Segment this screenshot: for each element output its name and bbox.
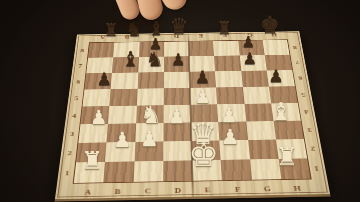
piece-black-knight-b8[interactable]: ♞ <box>122 21 145 39</box>
square-h8 <box>262 40 289 55</box>
piece-black-king-h8[interactable]: ♚ <box>256 15 284 37</box>
coordinate-label: G <box>252 185 283 193</box>
square-d6 <box>164 72 190 89</box>
coordinate-label: C <box>133 187 163 195</box>
piece-white-bishop-h3[interactable]: ♝ <box>265 100 297 125</box>
coordinate-label: 2 <box>306 145 320 152</box>
square-f7 <box>214 55 241 71</box>
coordinate-label: F <box>222 185 253 193</box>
coordinate-label: 6 <box>72 78 85 84</box>
piece-white-pawn-e4[interactable]: ♟ <box>191 88 215 106</box>
piece-black-queen-d8[interactable]: ♛ <box>166 17 193 38</box>
piece-black-pawn-h5[interactable]: ♟ <box>265 68 287 85</box>
coordinate-label: 8 <box>289 44 301 50</box>
piece-white-rook-h1[interactable]: ♜ <box>271 145 303 170</box>
coordinate-label: 3 <box>65 130 79 137</box>
piece-white-pawn-a3[interactable]: ♟ <box>86 108 111 128</box>
square-f8 <box>213 41 239 56</box>
square-e8 <box>189 41 215 56</box>
coordinate-label: B <box>102 187 133 195</box>
coordinate-label: 6 <box>294 75 307 81</box>
piece-black-bishop-b6[interactable]: ♝ <box>117 49 143 69</box>
piece-white-rook-a1[interactable]: ♜ <box>76 149 108 174</box>
square-f1 <box>221 159 252 180</box>
square-f6 <box>215 71 242 88</box>
square-a5 <box>82 89 110 106</box>
coordinate-label: E <box>193 186 223 194</box>
piece-black-rook-f8[interactable]: ♜ <box>214 21 235 37</box>
square-a8 <box>88 43 114 58</box>
coordinate-label: 5 <box>297 91 310 97</box>
coordinate-label: 5 <box>70 95 83 101</box>
piece-white-pawn-b2[interactable]: ♟ <box>109 130 136 151</box>
coordinate-label: 8 <box>76 48 88 54</box>
square-b4 <box>108 106 136 124</box>
piece-black-rook-a8[interactable]: ♜ <box>101 23 122 39</box>
piece-black-knight-c6[interactable]: ♞ <box>142 49 168 69</box>
coordinate-label: 2 <box>63 149 77 156</box>
square-b5 <box>110 89 138 106</box>
piece-black-pawn-e5[interactable]: ♟ <box>191 69 213 86</box>
coordinate-label: 7 <box>74 63 87 69</box>
square-d5 <box>163 88 190 105</box>
square-c6 <box>137 72 163 89</box>
piece-black-pawn-g7[interactable]: ♟ <box>238 35 258 50</box>
coordinate-label: 1 <box>309 164 324 172</box>
piece-white-knight-c3[interactable]: ♞ <box>135 103 166 127</box>
finger-knuckle <box>155 0 191 14</box>
piece-white-pawn-c2[interactable]: ♟ <box>136 129 163 150</box>
piece-white-king-e1[interactable]: ♚ <box>182 138 226 172</box>
coordinate-label: 3 <box>303 126 317 133</box>
coordinate-label: A <box>72 188 103 197</box>
photo-scene: ABCDEFGH ABCDEFGH 87654321 87654321 ♜♞♝♛… <box>0 0 360 202</box>
square-c1 <box>133 161 163 182</box>
coordinate-label: D <box>163 186 193 194</box>
coordinate-label: H <box>282 184 313 192</box>
square-f5 <box>216 87 244 104</box>
coordinate-label: 1 <box>60 169 75 177</box>
piece-black-pawn-a5[interactable]: ♟ <box>93 71 115 88</box>
coordinate-label: 4 <box>300 108 314 115</box>
coordinate-label: 4 <box>67 112 80 119</box>
piece-black-pawn-d6[interactable]: ♟ <box>168 52 189 68</box>
coordinate-label: 7 <box>291 59 304 65</box>
piece-black-pawn-g6[interactable]: ♟ <box>239 51 260 67</box>
